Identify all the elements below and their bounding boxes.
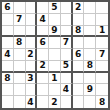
cell-r3c3[interactable] [26,26,38,38]
cell-r9c9[interactable]: 8 [96,96,108,108]
cell-r7c5[interactable]: 1 [49,73,61,85]
cell-r6c1[interactable] [2,61,14,73]
cell-r1c9[interactable] [96,2,108,14]
cell-r8c4[interactable] [37,84,49,96]
cell-r5c8[interactable] [84,49,96,61]
cell-r9c6[interactable] [61,96,73,108]
cell-r8c5[interactable] [49,84,61,96]
cell-r6c5[interactable] [49,61,61,73]
cell-r3c4[interactable] [37,26,49,38]
sudoku-board: 65274981867426725883149428 [0,0,110,110]
cell-r5c1[interactable]: 4 [2,49,14,61]
cell-r1c3[interactable] [26,2,38,14]
cell-r3c1[interactable] [2,26,14,38]
cell-r6c8[interactable]: 8 [84,61,96,73]
cell-r4c7[interactable] [73,37,85,49]
cell-r7c6[interactable] [61,73,73,85]
cell-r1c8[interactable] [84,2,96,14]
cell-r3c6[interactable] [61,26,73,38]
cell-r7c9[interactable] [96,73,108,85]
cell-r5c3[interactable]: 2 [26,49,38,61]
cell-r4c1[interactable] [2,37,14,49]
cell-r9c4[interactable] [37,96,49,108]
cell-r5c7[interactable]: 6 [73,49,85,61]
cell-r2c3[interactable] [26,14,38,26]
cell-r2c2[interactable]: 7 [14,14,26,26]
cell-r7c3[interactable]: 3 [26,73,38,85]
cell-r8c9[interactable] [96,84,108,96]
cell-r9c5[interactable]: 2 [49,96,61,108]
cell-r6c6[interactable]: 5 [61,61,73,73]
cell-r5c2[interactable] [14,49,26,61]
cell-r9c8[interactable] [84,96,96,108]
cell-r8c7[interactable] [73,84,85,96]
cell-r8c8[interactable]: 9 [84,84,96,96]
cell-r7c8[interactable] [84,73,96,85]
cell-r4c6[interactable]: 7 [61,37,73,49]
cell-r2c4[interactable]: 4 [37,14,49,26]
cell-r1c2[interactable] [14,2,26,14]
cell-r2c1[interactable] [2,14,14,26]
cell-r2c9[interactable] [96,14,108,26]
cell-r3c7[interactable]: 8 [73,26,85,38]
cell-r6c9[interactable] [96,61,108,73]
cell-r4c2[interactable]: 8 [14,37,26,49]
cell-r7c4[interactable] [37,73,49,85]
cell-r9c2[interactable] [14,96,26,108]
cell-r9c1[interactable] [2,96,14,108]
cell-r2c5[interactable] [49,14,61,26]
cell-r1c7[interactable]: 2 [73,2,85,14]
cell-r1c5[interactable]: 5 [49,2,61,14]
cell-r7c1[interactable]: 8 [2,73,14,85]
cell-r1c1[interactable]: 6 [2,2,14,14]
cell-r6c3[interactable] [26,61,38,73]
cell-r9c3[interactable]: 4 [26,96,38,108]
cell-r3c2[interactable] [14,26,26,38]
cell-r1c6[interactable] [61,2,73,14]
cell-r6c7[interactable] [73,61,85,73]
cell-r8c2[interactable] [14,84,26,96]
cell-r8c3[interactable] [26,84,38,96]
cell-r8c6[interactable]: 4 [61,84,73,96]
cell-r4c9[interactable] [96,37,108,49]
cell-r3c5[interactable]: 9 [49,26,61,38]
cell-r4c5[interactable] [49,37,61,49]
cell-r4c8[interactable] [84,37,96,49]
cell-r3c9[interactable]: 1 [96,26,108,38]
cell-r9c7[interactable] [73,96,85,108]
cell-r7c2[interactable] [14,73,26,85]
cell-r2c6[interactable] [61,14,73,26]
cell-r5c9[interactable]: 7 [96,49,108,61]
cell-r6c4[interactable]: 2 [37,61,49,73]
cell-r3c8[interactable] [84,26,96,38]
cell-r1c4[interactable] [37,2,49,14]
cell-r7c7[interactable] [73,73,85,85]
cell-r8c1[interactable] [2,84,14,96]
cell-r5c5[interactable] [49,49,61,61]
cell-r2c8[interactable] [84,14,96,26]
cell-r2c7[interactable] [73,14,85,26]
cell-r5c6[interactable] [61,49,73,61]
cell-r4c4[interactable]: 6 [37,37,49,49]
cell-r5c4[interactable] [37,49,49,61]
cell-r4c3[interactable] [26,37,38,49]
cell-r6c2[interactable] [14,61,26,73]
